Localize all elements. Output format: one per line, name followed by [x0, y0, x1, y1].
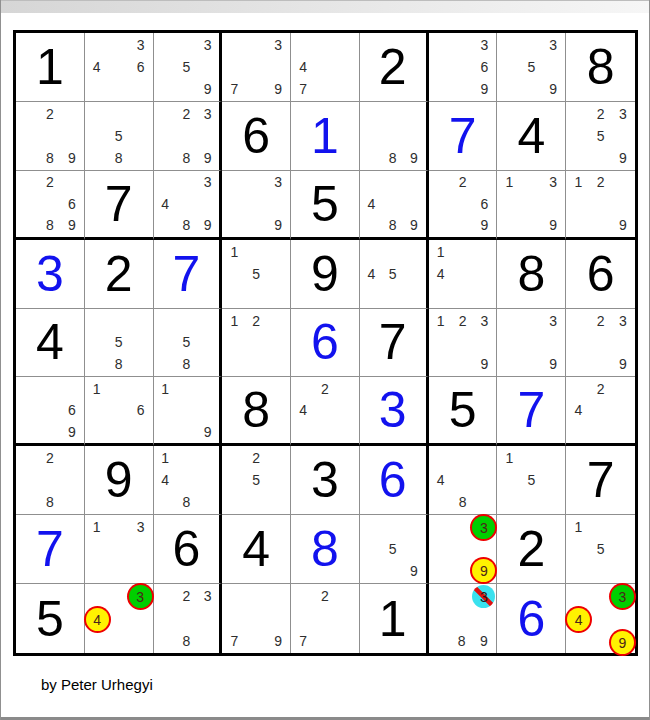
candidate-9: 9	[403, 147, 424, 169]
candidate-9: 9	[474, 214, 496, 235]
cell-r7c6[interactable]: 6	[360, 446, 429, 515]
candidate-1: 1	[155, 447, 176, 469]
cell-r6c9[interactable]: 24	[566, 377, 635, 446]
candidate-1: 1	[223, 241, 245, 263]
candidate-8: 8	[39, 147, 61, 169]
given-digit: 3	[291, 446, 359, 514]
given-digit: 5	[16, 584, 84, 653]
candidate-5: 5	[589, 538, 611, 560]
candidate-5: 5	[245, 263, 267, 285]
candidate-1: 1	[498, 447, 520, 469]
candidate-2: 2	[452, 172, 474, 193]
cell-r3c1[interactable]: 2689	[16, 171, 85, 240]
pencil-marks: 28	[16, 446, 84, 514]
candidate-5: 5	[108, 332, 130, 354]
candidate-4: 4	[292, 400, 314, 421]
candidate-3: 3	[197, 103, 218, 125]
pencil-marks: 58	[154, 309, 220, 377]
candidate-7: 7	[292, 78, 314, 100]
pencil-marks: 47	[291, 33, 359, 101]
candidate-1: 1	[567, 172, 589, 193]
cell-r6c3[interactable]: 19	[154, 377, 223, 446]
cell-r8c3[interactable]: 6	[154, 515, 223, 584]
candidate-9: 9	[403, 560, 424, 582]
cell-r5c5[interactable]: 6	[291, 309, 360, 378]
candidate-3: 3	[542, 34, 564, 56]
cell-r8c7[interactable]: 39	[429, 515, 498, 584]
cell-r4c5[interactable]: 9	[291, 240, 360, 309]
cell-r2c8[interactable]: 4	[497, 102, 566, 171]
candidate-9: 9	[267, 78, 289, 100]
solved-digit: 6	[291, 309, 359, 377]
candidate-6: 6	[474, 193, 496, 214]
pencil-marks: 39	[429, 515, 497, 583]
cell-r4c8[interactable]: 8	[497, 240, 566, 309]
candidate-4: 4	[430, 469, 452, 491]
highlight-yellow-circle-4[interactable]: 4	[86, 608, 109, 631]
highlight-green-circle-3[interactable]: 3	[129, 585, 152, 608]
cell-r7c4[interactable]: 25	[222, 446, 291, 515]
solved-digit: 6	[360, 446, 426, 514]
candidate-1: 1	[430, 310, 452, 332]
cell-r5c6[interactable]: 7	[360, 309, 429, 378]
pencil-marks: 2389	[154, 102, 220, 170]
candidate-3: 3	[474, 34, 496, 56]
candidate-8: 8	[39, 491, 61, 513]
pencil-marks: 24	[566, 377, 635, 443]
cell-r9c5[interactable]: 27	[291, 584, 360, 653]
cell-r7c8[interactable]: 15	[497, 446, 566, 515]
pencil-marks: 389	[429, 584, 497, 653]
cell-r2c5[interactable]: 1	[291, 102, 360, 171]
highlight-yellow-circle-9[interactable]: 9	[611, 631, 634, 654]
cell-r5c2[interactable]: 58	[85, 309, 154, 378]
solved-digit: 7	[429, 102, 497, 170]
highlight-cyan-circle-3[interactable]: 3	[472, 585, 495, 608]
cell-r2c9[interactable]: 2359	[566, 102, 635, 171]
candidate-2: 2	[176, 103, 197, 125]
cell-r2c1[interactable]: 289	[16, 102, 85, 171]
candidate-4: 4	[361, 263, 382, 285]
pencil-marks: 2689	[16, 171, 84, 237]
candidate-8: 8	[176, 630, 197, 652]
cell-r5c1[interactable]: 4	[16, 309, 85, 378]
pencil-marks: 25	[222, 446, 290, 514]
given-digit: 4	[16, 309, 84, 377]
candidate-5: 5	[520, 469, 542, 491]
candidate-3: 3	[542, 172, 564, 193]
candidate-3: 3	[612, 103, 634, 125]
candidate-9: 9	[612, 353, 634, 375]
pencil-marks: 369	[429, 33, 497, 101]
candidate-3: 3	[474, 310, 496, 332]
candidate-1: 1	[567, 516, 589, 538]
pencil-marks: 2359	[566, 102, 635, 170]
cell-r8c5[interactable]: 8	[291, 515, 360, 584]
given-digit: 6	[222, 102, 290, 170]
given-digit: 7	[360, 309, 426, 377]
candidate-9: 9	[197, 421, 218, 442]
pencil-marks: 239	[566, 309, 635, 377]
pencil-marks: 139	[497, 171, 565, 237]
cell-r9c4[interactable]: 79	[222, 584, 291, 653]
cell-r3c9[interactable]: 129	[566, 171, 635, 240]
candidate-4: 4	[430, 263, 452, 285]
cell-r6c2[interactable]: 16	[85, 377, 154, 446]
candidate-2: 2	[314, 585, 336, 607]
pencil-marks: 349	[566, 584, 635, 653]
candidate-7: 7	[292, 630, 314, 652]
pencil-marks: 379	[222, 33, 290, 101]
given-digit: 2	[360, 33, 426, 101]
given-digit: 9	[85, 446, 153, 514]
given-digit: 5	[429, 377, 497, 443]
candidate-9: 9	[197, 214, 218, 235]
pencil-marks: 269	[429, 171, 497, 237]
candidate-2: 2	[589, 378, 611, 399]
cell-r3c6[interactable]: 489	[360, 171, 429, 240]
cell-r3c2[interactable]: 7	[85, 171, 154, 240]
given-digit: 2	[85, 240, 153, 308]
candidate-9: 9	[542, 214, 564, 235]
pencil-marks: 19	[154, 377, 220, 443]
candidate-4: 4	[361, 193, 382, 214]
cell-r4c3[interactable]: 7	[154, 240, 223, 309]
given-digit: 7	[566, 446, 635, 514]
candidate-1: 1	[223, 310, 245, 332]
cell-r8c1[interactable]: 7	[16, 515, 85, 584]
candidate-2: 2	[245, 447, 267, 469]
cell-r4c1[interactable]: 3	[16, 240, 85, 309]
candidate-3: 3	[197, 172, 218, 193]
pencil-marks: 15	[222, 240, 290, 308]
cell-r2c7[interactable]: 7	[429, 102, 498, 171]
pencil-marks: 45	[360, 240, 426, 308]
pencil-marks: 359	[154, 33, 220, 101]
candidate-5: 5	[520, 56, 542, 78]
candidate-1: 1	[86, 378, 108, 399]
candidate-9: 9	[61, 421, 83, 442]
pencil-marks: 34	[85, 584, 153, 653]
given-digit: 8	[222, 377, 290, 443]
cell-r3c5[interactable]: 5	[291, 171, 360, 240]
candidate-5: 5	[382, 263, 403, 285]
candidate-8: 8	[108, 353, 130, 375]
given-digit: 4	[497, 102, 565, 170]
candidate-1: 1	[86, 516, 108, 538]
candidate-9: 9	[474, 353, 496, 375]
candidate-7: 7	[223, 630, 245, 652]
solved-digit: 7	[16, 515, 84, 583]
pencil-marks: 129	[566, 171, 635, 237]
pencil-marks: 14	[429, 240, 497, 308]
candidate-6: 6	[61, 400, 83, 421]
cell-r2c6[interactable]: 89	[360, 102, 429, 171]
cell-r3c4[interactable]: 39	[222, 171, 291, 240]
cell-r5c4[interactable]: 12	[222, 309, 291, 378]
candidate-7: 7	[223, 78, 245, 100]
cell-r8c6[interactable]: 59	[360, 515, 429, 584]
cell-r3c3[interactable]: 3489	[154, 171, 223, 240]
highlight-yellow-circle-4[interactable]: 4	[567, 608, 590, 631]
candidate-8: 8	[452, 491, 474, 513]
candidate-1: 1	[430, 241, 452, 263]
candidate-2: 2	[39, 447, 61, 469]
pencil-marks: 58	[85, 102, 153, 170]
credit-text: by Peter Urhegyi	[41, 676, 153, 693]
solved-digit: 1	[291, 102, 359, 170]
candidate-2: 2	[245, 310, 267, 332]
cell-r1c3[interactable]: 359	[154, 33, 223, 102]
cell-r9c3[interactable]: 238	[154, 584, 223, 653]
cell-r5c8[interactable]: 39	[497, 309, 566, 378]
given-digit: 8	[566, 33, 635, 101]
candidate-3: 3	[612, 310, 634, 332]
cell-r9c8[interactable]: 6	[497, 584, 566, 653]
cell-r4c7[interactable]: 14	[429, 240, 498, 309]
candidate-9: 9	[61, 147, 83, 169]
pencil-marks: 24	[291, 377, 359, 443]
candidate-4: 4	[155, 469, 176, 491]
pencil-marks: 79	[222, 584, 290, 653]
candidate-6: 6	[130, 400, 152, 421]
candidate-3: 3	[197, 34, 218, 56]
cell-r5c9[interactable]: 239	[566, 309, 635, 378]
candidate-4: 4	[292, 56, 314, 78]
given-digit: 7	[85, 171, 153, 237]
cell-r9c7[interactable]: 389	[429, 584, 498, 653]
candidate-9: 9	[267, 214, 289, 235]
solved-digit: 6	[497, 584, 565, 653]
highlight-yellow-circle-9[interactable]: 9	[472, 559, 495, 582]
candidate-8: 8	[382, 214, 403, 235]
candidate-4: 4	[86, 56, 108, 78]
cell-r1c8[interactable]: 359	[497, 33, 566, 102]
cell-r4c4[interactable]: 15	[222, 240, 291, 309]
candidate-3: 3	[130, 516, 152, 538]
candidate-3: 3	[542, 310, 564, 332]
candidate-5: 5	[589, 125, 611, 147]
candidate-9: 9	[612, 214, 634, 235]
sudoku-board: 1346359379472369359828958238961897423592…	[13, 30, 638, 656]
cell-r9c2[interactable]: 34	[85, 584, 154, 653]
cell-r1c2[interactable]: 346	[85, 33, 154, 102]
cell-r6c1[interactable]: 69	[16, 377, 85, 446]
candidate-2: 2	[176, 585, 197, 607]
solved-digit: 3	[360, 377, 426, 443]
given-digit: 4	[222, 515, 290, 583]
cell-r6c5[interactable]: 24	[291, 377, 360, 446]
pencil-marks: 48	[429, 446, 497, 514]
candidate-9: 9	[612, 147, 634, 169]
cell-r1c7[interactable]: 369	[429, 33, 498, 102]
candidate-2: 2	[452, 310, 474, 332]
pencil-marks: 39	[497, 309, 565, 377]
cell-r9c1[interactable]: 5	[16, 584, 85, 653]
candidate-3: 3	[267, 34, 289, 56]
cell-r1c5[interactable]: 47	[291, 33, 360, 102]
pencil-marks: 148	[154, 446, 220, 514]
pencil-marks: 59	[360, 515, 426, 583]
cell-r6c6[interactable]: 3	[360, 377, 429, 446]
candidate-9: 9	[267, 630, 289, 652]
given-digit: 1	[16, 33, 84, 101]
candidate-3: 3	[267, 172, 289, 193]
candidate-9: 9	[197, 78, 218, 100]
candidate-1: 1	[155, 378, 176, 399]
candidate-5: 5	[176, 332, 197, 354]
cell-r2c4[interactable]: 6	[222, 102, 291, 171]
candidate-8: 8	[39, 214, 61, 235]
cell-r7c1[interactable]: 28	[16, 446, 85, 515]
solved-digit: 3	[16, 240, 84, 308]
cell-r1c4[interactable]: 379	[222, 33, 291, 102]
candidate-2: 2	[589, 172, 611, 193]
pencil-marks: 12	[222, 309, 290, 377]
pencil-marks: 15	[497, 446, 565, 514]
window-top-bar	[1, 0, 649, 13]
candidate-2: 2	[314, 378, 336, 399]
candidate-9: 9	[61, 214, 83, 235]
cell-r1c6[interactable]: 2	[360, 33, 429, 102]
candidate-9: 9	[474, 78, 496, 100]
candidate-6: 6	[130, 56, 152, 78]
pencil-marks: 359	[497, 33, 565, 101]
cell-r8c4[interactable]: 4	[222, 515, 291, 584]
cell-r1c9[interactable]: 8	[566, 33, 635, 102]
candidate-3: 3	[197, 585, 218, 607]
candidate-8: 8	[108, 147, 130, 169]
pencil-marks: 89	[360, 102, 426, 170]
cell-r1c1[interactable]: 1	[16, 33, 85, 102]
candidate-8: 8	[176, 491, 197, 513]
pencil-marks: 58	[85, 309, 153, 377]
solved-digit: 7	[497, 377, 565, 443]
cell-r9c9[interactable]: 349	[566, 584, 635, 653]
pencil-marks: 289	[16, 102, 84, 170]
candidate-9: 9	[542, 78, 564, 100]
cell-r4c6[interactable]: 45	[360, 240, 429, 309]
candidate-6: 6	[474, 56, 496, 78]
given-digit: 2	[497, 515, 565, 583]
candidate-9: 9	[472, 630, 495, 652]
candidate-2: 2	[589, 103, 611, 125]
pencil-marks: 16	[85, 377, 153, 443]
candidate-5: 5	[108, 125, 130, 147]
page: 1346359379472369359828958238961897423592…	[0, 0, 650, 720]
highlight-green-circle-3[interactable]: 3	[472, 516, 495, 539]
cell-r7c7[interactable]: 48	[429, 446, 498, 515]
solved-digit: 8	[291, 515, 359, 583]
cell-r8c8[interactable]: 2	[497, 515, 566, 584]
candidate-9: 9	[403, 214, 424, 235]
given-digit: 9	[291, 240, 359, 308]
candidate-8: 8	[176, 214, 197, 235]
cell-r7c5[interactable]: 3	[291, 446, 360, 515]
cell-r2c3[interactable]: 2389	[154, 102, 223, 171]
cell-r7c3[interactable]: 148	[154, 446, 223, 515]
candidate-4: 4	[567, 400, 589, 421]
candidate-8: 8	[176, 147, 197, 169]
pencil-marks: 39	[222, 171, 290, 237]
candidate-8: 8	[382, 147, 403, 169]
cell-r8c9[interactable]: 15	[566, 515, 635, 584]
cell-r4c2[interactable]: 2	[85, 240, 154, 309]
pencil-marks: 238	[154, 584, 220, 653]
cell-r7c9[interactable]: 7	[566, 446, 635, 515]
cell-r8c2[interactable]: 13	[85, 515, 154, 584]
candidate-5: 5	[245, 469, 267, 491]
highlight-green-circle-3[interactable]: 3	[611, 585, 634, 608]
cell-r6c8[interactable]: 7	[497, 377, 566, 446]
solved-digit: 7	[154, 240, 220, 308]
pencil-marks: 1239	[429, 309, 497, 377]
given-digit: 8	[497, 240, 565, 308]
cell-r3c8[interactable]: 139	[497, 171, 566, 240]
given-digit: 6	[566, 240, 635, 308]
candidate-9: 9	[542, 353, 564, 375]
pencil-marks: 15	[566, 515, 635, 583]
given-digit: 5	[291, 171, 359, 237]
pencil-marks: 489	[360, 171, 426, 237]
candidate-8: 8	[451, 630, 472, 652]
pencil-marks: 69	[16, 377, 84, 443]
candidate-5: 5	[382, 538, 403, 560]
pencil-marks: 346	[85, 33, 153, 101]
candidate-2: 2	[39, 172, 61, 193]
candidate-9: 9	[197, 147, 218, 169]
candidate-3: 3	[130, 34, 152, 56]
cell-r9c6[interactable]: 1	[360, 584, 429, 653]
cell-r5c7[interactable]: 1239	[429, 309, 498, 378]
candidate-2: 2	[39, 103, 61, 125]
pencil-marks: 3489	[154, 171, 220, 237]
pencil-marks: 27	[291, 584, 359, 653]
candidate-2: 2	[589, 310, 611, 332]
cell-r7c2[interactable]: 9	[85, 446, 154, 515]
cell-r4c9[interactable]: 6	[566, 240, 635, 309]
candidate-1: 1	[498, 172, 520, 193]
candidate-8: 8	[176, 353, 197, 375]
cell-r5c3[interactable]: 58	[154, 309, 223, 378]
cell-r6c7[interactable]: 5	[429, 377, 498, 446]
given-digit: 1	[360, 584, 426, 653]
cell-r2c2[interactable]: 58	[85, 102, 154, 171]
pencil-marks: 13	[85, 515, 153, 583]
candidate-6: 6	[61, 193, 83, 214]
candidate-5: 5	[176, 56, 197, 78]
cell-r6c4[interactable]: 8	[222, 377, 291, 446]
candidate-4: 4	[155, 193, 176, 214]
cell-r3c7[interactable]: 269	[429, 171, 498, 240]
given-digit: 6	[154, 515, 220, 583]
